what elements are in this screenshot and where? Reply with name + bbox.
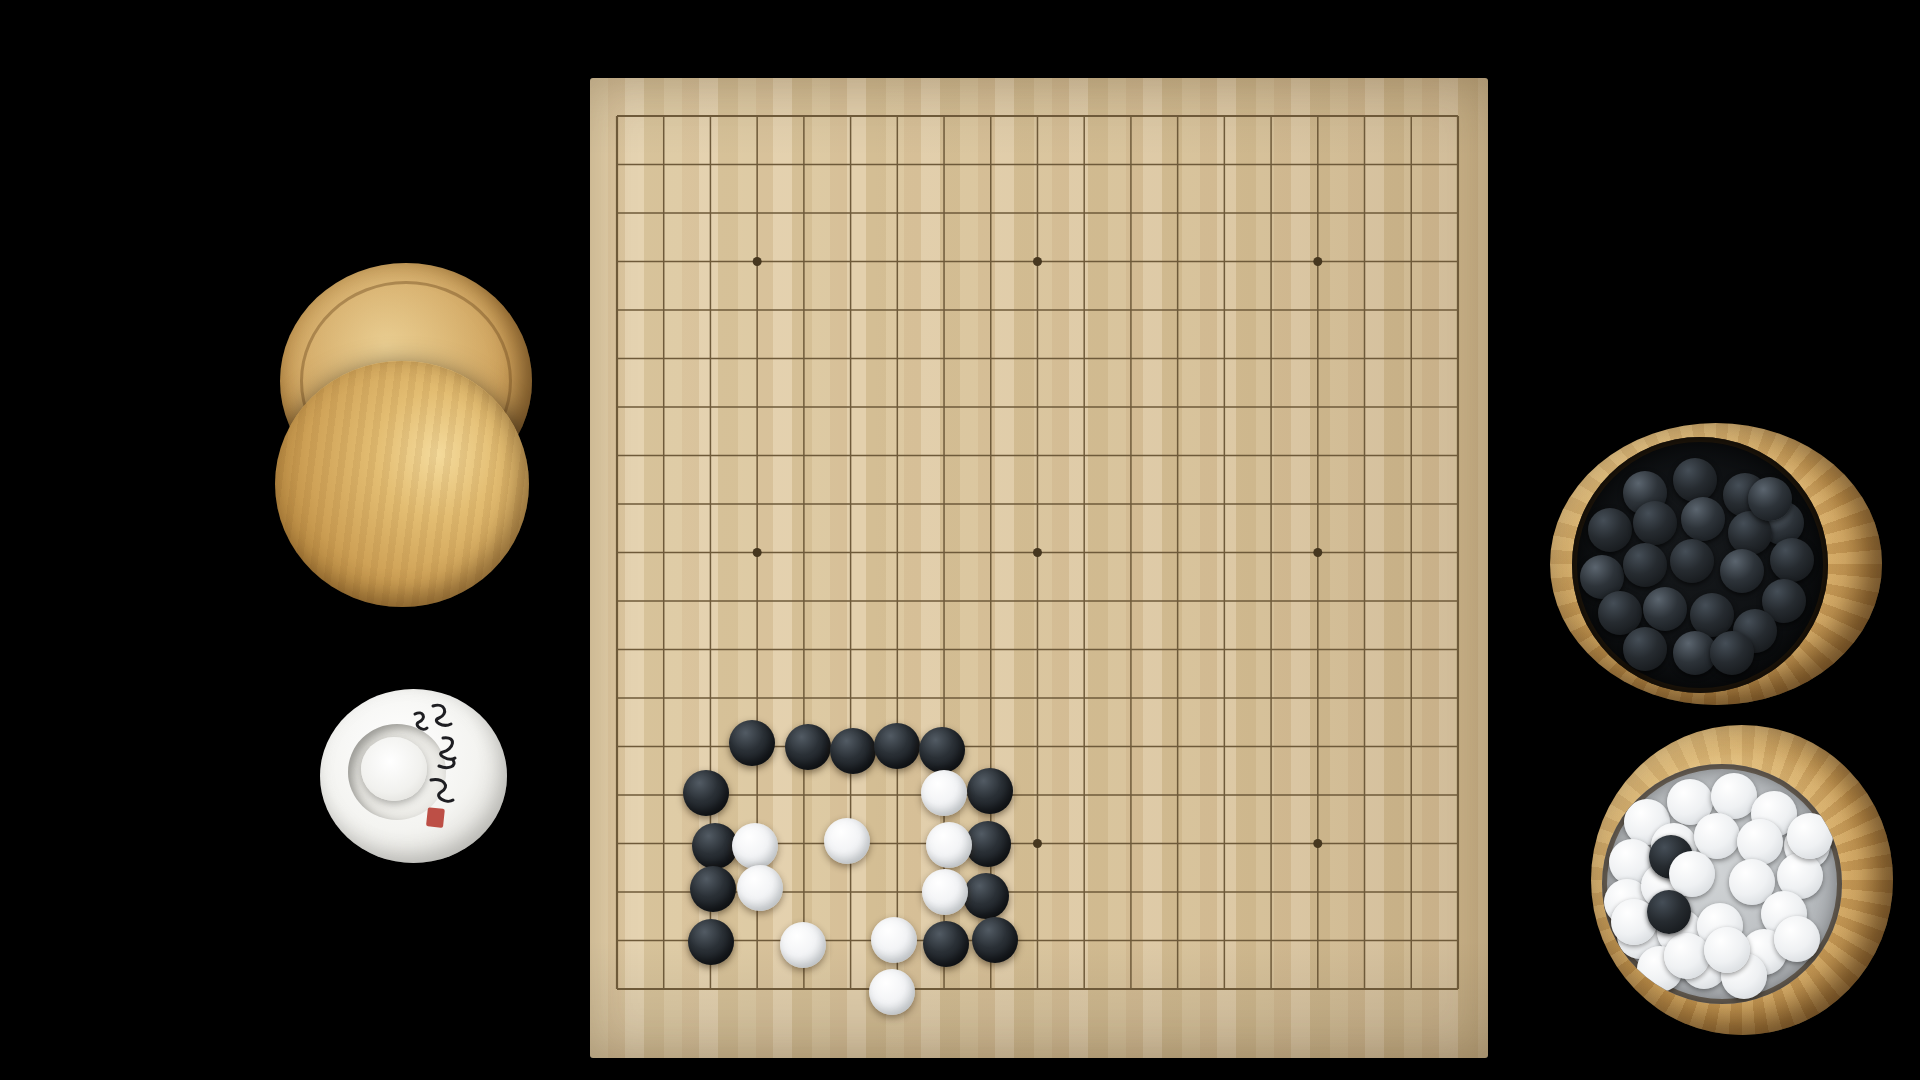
stone-black-E6[interactable] (785, 724, 831, 770)
stone-black-G6[interactable] (874, 723, 920, 769)
stone-black-D6[interactable] (729, 720, 775, 766)
stone-white-F4[interactable] (824, 818, 870, 864)
stone-white-G2[interactable] (871, 917, 917, 963)
black-stones-bowl-contents (1572, 437, 1828, 693)
stone-black-C2[interactable] (688, 919, 734, 965)
bowl-black-stone (1633, 501, 1677, 545)
stone-white-D3[interactable] (737, 865, 783, 911)
bowl-black-stone (1681, 497, 1725, 541)
bowl-black-stone (1670, 539, 1714, 583)
stone-black-J2[interactable] (972, 917, 1018, 963)
white-stones-bowl-contents (1602, 764, 1842, 1004)
red-seal-stamp (426, 807, 445, 828)
stone-black-F6[interactable] (830, 728, 876, 774)
bowl-black-stone (1720, 549, 1764, 593)
bowl-white-stone (1774, 916, 1820, 962)
bowl-black-stone (1623, 543, 1667, 587)
stone-white-G1[interactable] (869, 969, 915, 1015)
stone-black-H6[interactable] (919, 727, 965, 773)
stone-white-H4[interactable] (926, 822, 972, 868)
bowl-black-stone (1673, 458, 1717, 502)
bowl-black-stone (1770, 538, 1814, 582)
stone-white-H3[interactable] (922, 869, 968, 915)
stone-white-E2[interactable] (780, 922, 826, 968)
stone-white-H5[interactable] (921, 770, 967, 816)
stone-black-J3[interactable] (963, 873, 1009, 919)
go-board[interactable] (590, 78, 1488, 1058)
stone-black-C3[interactable] (690, 866, 736, 912)
stone-white-D4[interactable] (732, 823, 778, 869)
bowl-stray-black-stone (1647, 890, 1691, 934)
wooden-bowl-lid[interactable] (275, 361, 529, 607)
bowl-black-stone (1588, 508, 1632, 552)
stone-black-H2[interactable] (923, 921, 969, 967)
bowl-black-stone (1748, 477, 1792, 521)
bowl-white-stone (1664, 933, 1710, 979)
bowl-black-stone (1623, 627, 1667, 671)
calligraphy-ink (403, 700, 473, 835)
stone-black-J5[interactable] (967, 768, 1013, 814)
bowl-white-stone (1704, 927, 1750, 973)
bowl-black-stone (1710, 631, 1754, 675)
bowl-black-stone (1643, 587, 1687, 631)
bowl-white-stone (1669, 851, 1715, 897)
go-scene (0, 0, 1920, 1080)
stone-black-C5[interactable] (683, 770, 729, 816)
bowl-white-stone (1737, 819, 1783, 865)
board-grid (590, 78, 1488, 1058)
